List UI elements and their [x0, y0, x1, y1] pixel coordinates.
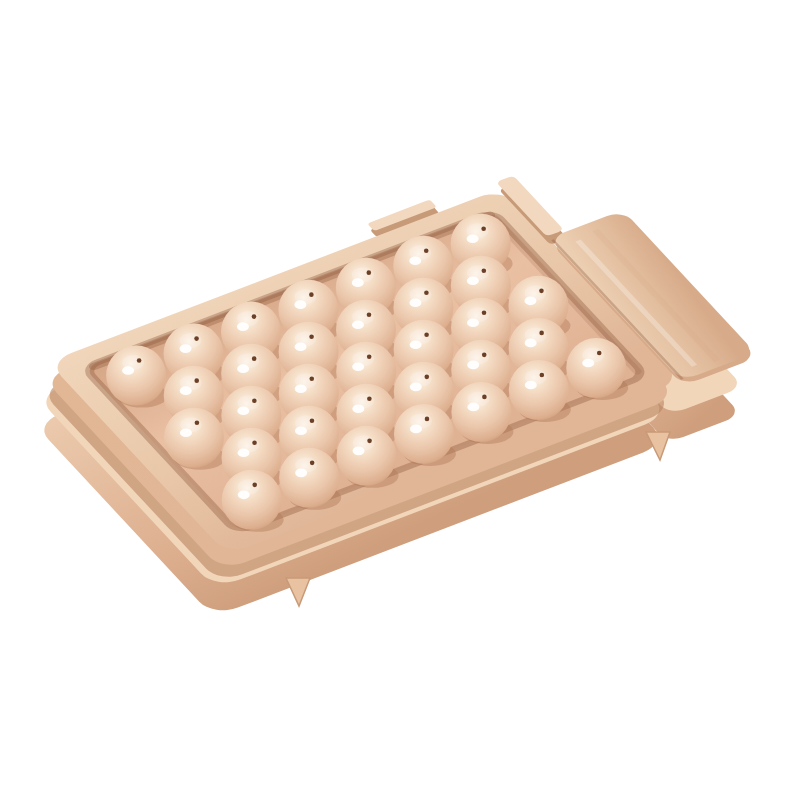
- ball-specular-highlight: [582, 359, 594, 368]
- ball-specular-highlight: [180, 386, 192, 395]
- vent-hole: [482, 353, 487, 358]
- ball-specular-highlight: [238, 448, 250, 457]
- ball-specular-highlight: [409, 256, 421, 265]
- vent-hole: [309, 292, 314, 297]
- vent-hole: [367, 270, 372, 275]
- ball-specular-highlight: [409, 298, 421, 307]
- vent-hole: [252, 314, 257, 319]
- vent-hole: [252, 440, 257, 445]
- vent-hole: [309, 334, 314, 339]
- vent-hole: [424, 375, 429, 380]
- ball-specular-highlight: [467, 403, 479, 412]
- ball-specular-highlight: [524, 297, 536, 306]
- ball-specular-highlight: [352, 320, 364, 329]
- ice-ball-tray-photo: [0, 0, 800, 800]
- vent-hole: [252, 356, 257, 361]
- ball-specular-highlight: [295, 342, 307, 351]
- vent-hole: [540, 373, 545, 378]
- ball-dome: [106, 346, 166, 406]
- vent-hole: [309, 376, 314, 381]
- vent-hole: [539, 289, 544, 294]
- ball-specular-highlight: [410, 425, 422, 434]
- vent-hole: [367, 397, 372, 402]
- ball-specular-highlight: [353, 447, 365, 456]
- ball-specular-highlight: [410, 340, 422, 349]
- ball-specular-highlight: [237, 322, 249, 331]
- ball-specular-highlight: [295, 384, 307, 393]
- ball-specular-highlight: [410, 383, 422, 392]
- vent-hole: [195, 420, 200, 425]
- ball-dome: [279, 448, 339, 508]
- ball-dome: [164, 408, 224, 468]
- ball-specular-highlight: [525, 339, 537, 348]
- vent-hole: [424, 290, 429, 295]
- vent-hole: [597, 351, 602, 356]
- vent-hole: [310, 418, 315, 423]
- vent-hole: [481, 226, 486, 231]
- ball-dome: [566, 338, 626, 398]
- ball-specular-highlight: [352, 362, 364, 371]
- ball-dome: [222, 470, 282, 530]
- vent-hole: [367, 312, 372, 317]
- vent-hole: [137, 358, 142, 363]
- ball-specular-highlight: [467, 234, 479, 243]
- vent-hole: [482, 311, 487, 316]
- vent-hole: [194, 336, 199, 341]
- ball-specular-highlight: [180, 344, 192, 353]
- vent-hole: [424, 332, 429, 337]
- ball-dome: [451, 382, 511, 442]
- vent-hole: [482, 395, 487, 400]
- ball-specular-highlight: [295, 469, 307, 478]
- product-photo: [0, 0, 800, 800]
- vent-hole: [367, 439, 372, 444]
- ball-specular-highlight: [180, 428, 192, 437]
- vent-hole: [252, 483, 257, 488]
- ball-specular-highlight: [525, 381, 537, 390]
- vent-hole: [367, 354, 372, 359]
- vent-hole: [310, 461, 315, 466]
- ball-dome: [394, 404, 454, 464]
- ball-specular-highlight: [352, 278, 364, 287]
- ball-dome: [509, 360, 569, 420]
- vent-hole: [539, 331, 544, 336]
- vent-hole: [424, 248, 429, 253]
- ball-specular-highlight: [467, 276, 479, 285]
- ball-specular-highlight: [122, 366, 134, 375]
- vent-hole: [482, 268, 487, 273]
- ball-specular-highlight: [467, 361, 479, 370]
- ball-specular-highlight: [352, 405, 364, 414]
- vent-hole: [194, 378, 199, 383]
- vent-hole: [252, 398, 257, 403]
- vent-hole: [425, 417, 430, 422]
- ball-specular-highlight: [237, 406, 249, 415]
- ball-dome: [337, 426, 397, 486]
- ball-specular-highlight: [467, 319, 479, 328]
- ball-specular-highlight: [238, 491, 250, 500]
- ball-specular-highlight: [294, 300, 306, 309]
- ball-specular-highlight: [237, 364, 249, 373]
- ball-specular-highlight: [295, 426, 307, 435]
